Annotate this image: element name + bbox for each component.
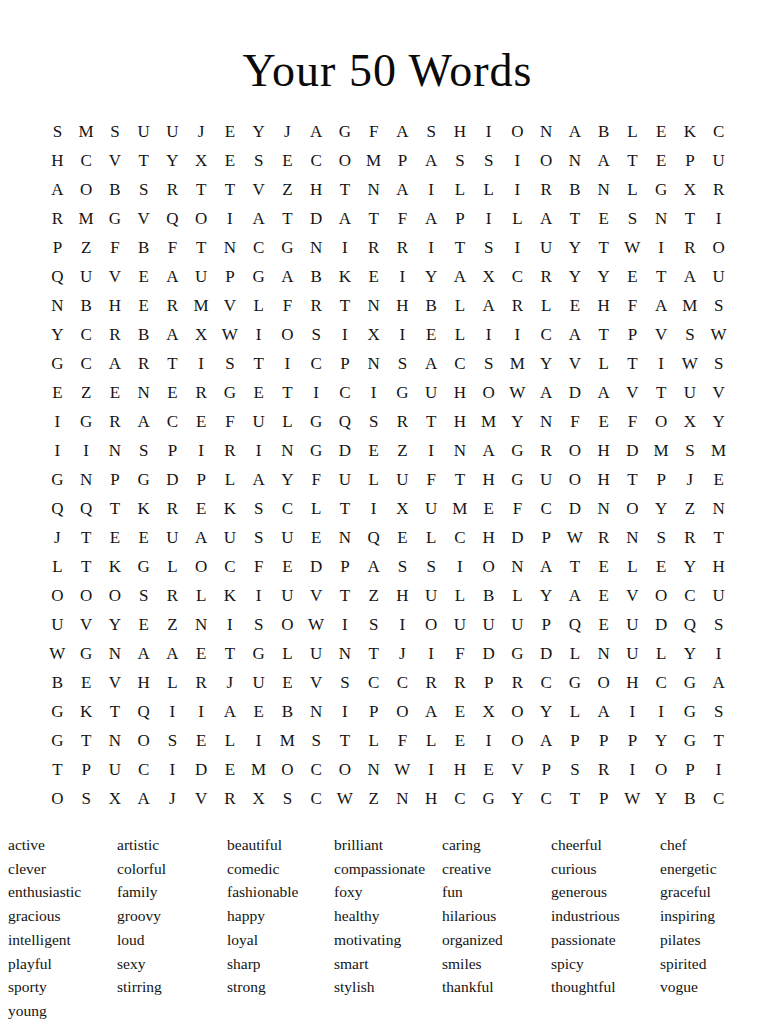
grid-cell[interactable]: S — [359, 610, 388, 639]
grid-cell[interactable]: E — [273, 552, 302, 581]
grid-cell[interactable]: R — [158, 175, 187, 204]
grid-cell[interactable]: V — [216, 291, 245, 320]
grid-cell[interactable]: S — [704, 610, 733, 639]
grid-cell[interactable]: N — [331, 639, 360, 668]
grid-cell[interactable]: H — [43, 146, 72, 175]
grid-cell[interactable]: U — [273, 523, 302, 552]
grid-cell[interactable]: C — [446, 784, 475, 813]
grid-cell[interactable]: J — [158, 784, 187, 813]
grid-cell[interactable]: A — [561, 581, 590, 610]
grid-cell[interactable]: O — [503, 117, 532, 146]
grid-cell[interactable]: S — [417, 117, 446, 146]
grid-cell[interactable]: R — [446, 668, 475, 697]
grid-cell[interactable]: L — [446, 320, 475, 349]
grid-cell[interactable]: D — [561, 378, 590, 407]
grid-cell[interactable]: O — [187, 204, 216, 233]
grid-cell[interactable]: P — [532, 523, 561, 552]
grid-cell[interactable]: I — [618, 697, 647, 726]
grid-cell[interactable]: S — [446, 146, 475, 175]
grid-cell[interactable]: T — [647, 378, 676, 407]
grid-cell[interactable]: G — [244, 639, 273, 668]
grid-cell[interactable]: B — [101, 175, 130, 204]
grid-cell[interactable]: C — [446, 349, 475, 378]
grid-cell[interactable]: R — [187, 668, 216, 697]
grid-cell[interactable]: J — [388, 639, 417, 668]
grid-cell[interactable]: A — [129, 639, 158, 668]
grid-cell[interactable]: H — [101, 291, 130, 320]
grid-cell[interactable]: B — [589, 117, 618, 146]
grid-cell[interactable]: I — [647, 349, 676, 378]
grid-cell[interactable]: I — [417, 175, 446, 204]
grid-cell[interactable]: O — [647, 407, 676, 436]
grid-cell[interactable]: I — [359, 378, 388, 407]
grid-cell[interactable]: A — [589, 697, 618, 726]
grid-cell[interactable]: N — [101, 436, 130, 465]
grid-cell[interactable]: L — [503, 581, 532, 610]
grid-cell[interactable]: J — [273, 117, 302, 146]
grid-cell[interactable]: A — [474, 291, 503, 320]
grid-cell[interactable]: L — [446, 175, 475, 204]
grid-cell[interactable]: G — [388, 378, 417, 407]
grid-cell[interactable]: I — [244, 726, 273, 755]
grid-cell[interactable]: X — [474, 697, 503, 726]
grid-cell[interactable]: Q — [359, 523, 388, 552]
grid-cell[interactable]: S — [129, 581, 158, 610]
grid-cell[interactable]: I — [388, 262, 417, 291]
grid-cell[interactable]: E — [446, 726, 475, 755]
grid-cell[interactable]: B — [302, 262, 331, 291]
grid-cell[interactable]: T — [72, 552, 101, 581]
grid-cell[interactable]: O — [503, 726, 532, 755]
grid-cell[interactable]: H — [474, 523, 503, 552]
grid-cell[interactable]: I — [503, 175, 532, 204]
grid-cell[interactable]: I — [216, 204, 245, 233]
grid-cell[interactable]: T — [43, 755, 72, 784]
grid-cell[interactable]: N — [704, 494, 733, 523]
grid-cell[interactable]: P — [532, 610, 561, 639]
grid-cell[interactable]: C — [158, 407, 187, 436]
grid-cell[interactable]: U — [417, 494, 446, 523]
grid-cell[interactable]: R — [158, 291, 187, 320]
grid-cell[interactable]: P — [618, 320, 647, 349]
grid-cell[interactable]: E — [589, 204, 618, 233]
grid-cell[interactable]: T — [704, 726, 733, 755]
grid-cell[interactable]: X — [101, 784, 130, 813]
grid-cell[interactable]: H — [446, 117, 475, 146]
grid-cell[interactable]: P — [446, 204, 475, 233]
grid-cell[interactable]: S — [216, 349, 245, 378]
grid-cell[interactable]: G — [676, 697, 705, 726]
grid-cell[interactable]: E — [589, 407, 618, 436]
grid-cell[interactable]: E — [704, 465, 733, 494]
grid-cell[interactable]: U — [676, 378, 705, 407]
grid-cell[interactable]: I — [158, 755, 187, 784]
grid-cell[interactable]: E — [187, 726, 216, 755]
grid-cell[interactable]: E — [647, 552, 676, 581]
grid-cell[interactable]: J — [187, 117, 216, 146]
grid-cell[interactable]: X — [676, 407, 705, 436]
grid-cell[interactable]: I — [618, 755, 647, 784]
grid-cell[interactable]: C — [302, 146, 331, 175]
grid-cell[interactable]: N — [302, 233, 331, 262]
grid-cell[interactable]: E — [618, 262, 647, 291]
grid-cell[interactable]: G — [129, 552, 158, 581]
grid-cell[interactable]: S — [43, 117, 72, 146]
grid-cell[interactable]: O — [474, 378, 503, 407]
grid-cell[interactable]: I — [331, 610, 360, 639]
grid-cell[interactable]: C — [503, 262, 532, 291]
grid-cell[interactable]: N — [561, 146, 590, 175]
grid-cell[interactable]: N — [446, 436, 475, 465]
grid-cell[interactable]: E — [216, 117, 245, 146]
grid-cell[interactable]: O — [532, 146, 561, 175]
grid-cell[interactable]: C — [331, 378, 360, 407]
grid-cell[interactable]: T — [618, 465, 647, 494]
grid-cell[interactable]: S — [244, 146, 273, 175]
grid-cell[interactable]: D — [187, 755, 216, 784]
grid-cell[interactable]: G — [101, 204, 130, 233]
grid-cell[interactable]: I — [43, 407, 72, 436]
grid-cell[interactable]: Q — [72, 494, 101, 523]
grid-cell[interactable]: L — [158, 552, 187, 581]
grid-cell[interactable]: Z — [158, 610, 187, 639]
grid-cell[interactable]: A — [129, 407, 158, 436]
grid-cell[interactable]: V — [187, 784, 216, 813]
grid-cell[interactable]: A — [158, 262, 187, 291]
grid-cell[interactable]: C — [302, 784, 331, 813]
grid-cell[interactable]: B — [561, 175, 590, 204]
grid-cell[interactable]: G — [647, 175, 676, 204]
grid-cell[interactable]: S — [158, 726, 187, 755]
grid-cell[interactable]: T — [676, 204, 705, 233]
grid-cell[interactable]: S — [244, 494, 273, 523]
grid-cell[interactable]: Y — [589, 262, 618, 291]
grid-cell[interactable]: E — [216, 146, 245, 175]
grid-cell[interactable]: U — [474, 610, 503, 639]
grid-cell[interactable]: A — [589, 146, 618, 175]
grid-cell[interactable]: I — [216, 610, 245, 639]
grid-cell[interactable]: R — [129, 349, 158, 378]
grid-cell[interactable]: C — [532, 494, 561, 523]
grid-cell[interactable]: U — [158, 117, 187, 146]
grid-cell[interactable]: Y — [561, 233, 590, 262]
grid-cell[interactable]: G — [129, 465, 158, 494]
grid-cell[interactable]: R — [359, 233, 388, 262]
grid-cell[interactable]: N — [359, 349, 388, 378]
grid-cell[interactable]: N — [589, 639, 618, 668]
grid-cell[interactable]: U — [532, 465, 561, 494]
grid-cell[interactable]: L — [187, 581, 216, 610]
grid-cell[interactable]: R — [158, 494, 187, 523]
grid-cell[interactable]: U — [244, 668, 273, 697]
grid-cell[interactable]: G — [43, 697, 72, 726]
grid-cell[interactable]: O — [474, 552, 503, 581]
grid-cell[interactable]: T — [561, 204, 590, 233]
grid-cell[interactable]: O — [187, 552, 216, 581]
grid-cell[interactable]: U — [388, 465, 417, 494]
grid-cell[interactable]: L — [359, 465, 388, 494]
grid-cell[interactable]: I — [388, 610, 417, 639]
grid-cell[interactable]: G — [43, 726, 72, 755]
grid-cell[interactable]: W — [618, 233, 647, 262]
grid-cell[interactable]: E — [187, 407, 216, 436]
grid-cell[interactable]: T — [618, 349, 647, 378]
grid-cell[interactable]: I — [647, 697, 676, 726]
grid-cell[interactable]: E — [129, 291, 158, 320]
grid-cell[interactable]: C — [704, 117, 733, 146]
grid-cell[interactable]: U — [704, 262, 733, 291]
grid-cell[interactable]: P — [561, 726, 590, 755]
grid-cell[interactable]: G — [43, 465, 72, 494]
grid-cell[interactable]: I — [417, 755, 446, 784]
grid-cell[interactable]: S — [388, 552, 417, 581]
grid-cell[interactable]: O — [388, 697, 417, 726]
grid-cell[interactable]: A — [561, 117, 590, 146]
grid-cell[interactable]: G — [273, 233, 302, 262]
grid-cell[interactable]: R — [503, 668, 532, 697]
grid-cell[interactable]: R — [388, 407, 417, 436]
grid-cell[interactable]: F — [446, 639, 475, 668]
grid-cell[interactable]: U — [72, 262, 101, 291]
grid-cell[interactable]: P — [216, 262, 245, 291]
grid-cell[interactable]: Z — [359, 784, 388, 813]
grid-cell[interactable]: A — [43, 175, 72, 204]
grid-cell[interactable]: R — [43, 204, 72, 233]
grid-cell[interactable]: D — [474, 639, 503, 668]
grid-cell[interactable]: V — [72, 610, 101, 639]
grid-cell[interactable]: S — [388, 349, 417, 378]
grid-cell[interactable]: C — [72, 349, 101, 378]
grid-cell[interactable]: A — [244, 204, 273, 233]
grid-cell[interactable]: I — [417, 436, 446, 465]
grid-cell[interactable]: C — [532, 784, 561, 813]
grid-cell[interactable]: E — [244, 378, 273, 407]
grid-cell[interactable]: N — [359, 755, 388, 784]
grid-cell[interactable]: S — [561, 755, 590, 784]
grid-cell[interactable]: A — [474, 436, 503, 465]
grid-cell[interactable]: C — [647, 668, 676, 697]
grid-cell[interactable]: C — [388, 668, 417, 697]
grid-cell[interactable]: S — [72, 784, 101, 813]
grid-cell[interactable]: Y — [43, 320, 72, 349]
grid-cell[interactable]: B — [474, 581, 503, 610]
grid-cell[interactable]: C — [302, 349, 331, 378]
grid-cell[interactable]: K — [216, 581, 245, 610]
grid-cell[interactable]: U — [618, 639, 647, 668]
grid-cell[interactable]: F — [359, 117, 388, 146]
grid-cell[interactable]: F — [101, 233, 130, 262]
grid-cell[interactable]: O — [129, 726, 158, 755]
grid-cell[interactable]: W — [216, 320, 245, 349]
grid-cell[interactable]: A — [129, 784, 158, 813]
grid-cell[interactable]: I — [43, 436, 72, 465]
grid-cell[interactable]: O — [101, 581, 130, 610]
grid-cell[interactable]: D — [302, 552, 331, 581]
grid-cell[interactable]: L — [561, 697, 590, 726]
grid-cell[interactable]: G — [561, 668, 590, 697]
grid-cell[interactable]: I — [474, 117, 503, 146]
grid-cell[interactable]: N — [101, 639, 130, 668]
grid-cell[interactable]: D — [647, 610, 676, 639]
grid-cell[interactable]: U — [158, 523, 187, 552]
grid-cell[interactable]: H — [388, 291, 417, 320]
grid-cell[interactable]: R — [417, 668, 446, 697]
grid-cell[interactable]: S — [417, 552, 446, 581]
grid-cell[interactable]: L — [417, 523, 446, 552]
grid-cell[interactable]: F — [618, 407, 647, 436]
grid-cell[interactable]: E — [589, 610, 618, 639]
grid-cell[interactable]: A — [101, 349, 130, 378]
grid-cell[interactable]: C — [129, 755, 158, 784]
grid-cell[interactable]: N — [43, 291, 72, 320]
grid-cell[interactable]: M — [273, 726, 302, 755]
grid-cell[interactable]: K — [216, 494, 245, 523]
grid-cell[interactable]: A — [331, 204, 360, 233]
grid-cell[interactable]: N — [72, 465, 101, 494]
grid-cell[interactable]: R — [532, 436, 561, 465]
grid-cell[interactable]: E — [359, 262, 388, 291]
grid-cell[interactable]: T — [446, 233, 475, 262]
grid-cell[interactable]: T — [561, 784, 590, 813]
grid-cell[interactable]: P — [647, 465, 676, 494]
grid-cell[interactable]: C — [244, 233, 273, 262]
grid-cell[interactable]: U — [244, 407, 273, 436]
grid-cell[interactable]: S — [302, 320, 331, 349]
grid-cell[interactable]: G — [503, 465, 532, 494]
grid-cell[interactable]: S — [273, 784, 302, 813]
grid-cell[interactable]: I — [187, 697, 216, 726]
grid-cell[interactable]: P — [72, 755, 101, 784]
grid-cell[interactable]: N — [101, 726, 130, 755]
grid-cell[interactable]: P — [158, 436, 187, 465]
grid-cell[interactable]: I — [187, 436, 216, 465]
grid-cell[interactable]: R — [158, 581, 187, 610]
grid-cell[interactable]: H — [589, 436, 618, 465]
grid-cell[interactable]: N — [388, 784, 417, 813]
grid-cell[interactable]: V — [503, 755, 532, 784]
grid-cell[interactable]: F — [216, 407, 245, 436]
grid-cell[interactable]: I — [273, 349, 302, 378]
grid-cell[interactable]: C — [676, 581, 705, 610]
grid-cell[interactable]: U — [532, 233, 561, 262]
grid-cell[interactable]: O — [647, 755, 676, 784]
grid-cell[interactable]: T — [331, 291, 360, 320]
grid-cell[interactable]: R — [589, 523, 618, 552]
grid-cell[interactable]: W — [388, 755, 417, 784]
grid-cell[interactable]: P — [618, 726, 647, 755]
grid-cell[interactable]: T — [101, 697, 130, 726]
grid-cell[interactable]: R — [187, 378, 216, 407]
grid-cell[interactable]: I — [704, 755, 733, 784]
grid-cell[interactable]: L — [618, 552, 647, 581]
grid-cell[interactable]: E — [129, 523, 158, 552]
grid-cell[interactable]: X — [474, 262, 503, 291]
grid-cell[interactable]: H — [417, 784, 446, 813]
grid-cell[interactable]: R — [676, 233, 705, 262]
grid-cell[interactable]: L — [474, 175, 503, 204]
grid-cell[interactable]: D — [532, 639, 561, 668]
grid-cell[interactable]: S — [244, 523, 273, 552]
grid-cell[interactable]: Y — [532, 697, 561, 726]
grid-cell[interactable]: L — [589, 349, 618, 378]
grid-cell[interactable]: A — [647, 291, 676, 320]
grid-cell[interactable]: T — [331, 726, 360, 755]
grid-cell[interactable]: M — [647, 436, 676, 465]
grid-cell[interactable]: B — [273, 697, 302, 726]
grid-cell[interactable]: P — [187, 465, 216, 494]
grid-cell[interactable]: T — [446, 465, 475, 494]
grid-cell[interactable]: B — [129, 320, 158, 349]
grid-cell[interactable]: T — [359, 204, 388, 233]
grid-cell[interactable]: G — [676, 668, 705, 697]
grid-cell[interactable]: E — [359, 436, 388, 465]
grid-cell[interactable]: T — [618, 146, 647, 175]
grid-cell[interactable]: E — [474, 755, 503, 784]
grid-cell[interactable]: Y — [532, 581, 561, 610]
grid-cell[interactable]: F — [503, 494, 532, 523]
grid-cell[interactable]: I — [331, 697, 360, 726]
grid-cell[interactable]: X — [359, 320, 388, 349]
grid-cell[interactable]: X — [676, 175, 705, 204]
grid-cell[interactable]: A — [446, 262, 475, 291]
grid-cell[interactable]: A — [532, 204, 561, 233]
grid-cell[interactable]: I — [503, 233, 532, 262]
grid-cell[interactable]: O — [43, 581, 72, 610]
grid-cell[interactable]: X — [187, 146, 216, 175]
grid-cell[interactable]: A — [417, 349, 446, 378]
grid-cell[interactable]: U — [101, 755, 130, 784]
grid-cell[interactable]: L — [216, 465, 245, 494]
grid-cell[interactable]: A — [302, 117, 331, 146]
grid-cell[interactable]: U — [216, 523, 245, 552]
grid-cell[interactable]: N — [618, 523, 647, 552]
grid-cell[interactable]: T — [72, 726, 101, 755]
grid-cell[interactable]: S — [676, 320, 705, 349]
grid-cell[interactable]: U — [129, 117, 158, 146]
grid-cell[interactable]: L — [302, 494, 331, 523]
grid-cell[interactable]: E — [589, 552, 618, 581]
grid-cell[interactable]: A — [532, 378, 561, 407]
grid-cell[interactable]: G — [216, 378, 245, 407]
grid-cell[interactable]: T — [216, 639, 245, 668]
grid-cell[interactable]: A — [417, 204, 446, 233]
grid-cell[interactable]: N — [589, 175, 618, 204]
grid-cell[interactable]: Y — [244, 117, 273, 146]
grid-cell[interactable]: V — [302, 668, 331, 697]
grid-cell[interactable]: G — [676, 726, 705, 755]
grid-cell[interactable]: T — [158, 349, 187, 378]
grid-cell[interactable]: W — [331, 784, 360, 813]
grid-cell[interactable]: H — [302, 175, 331, 204]
grid-cell[interactable]: Z — [273, 175, 302, 204]
grid-cell[interactable]: A — [359, 552, 388, 581]
grid-cell[interactable]: V — [302, 581, 331, 610]
grid-cell[interactable]: O — [273, 320, 302, 349]
grid-cell[interactable]: G — [302, 436, 331, 465]
grid-cell[interactable]: I — [331, 233, 360, 262]
grid-cell[interactable]: O — [561, 465, 590, 494]
grid-cell[interactable]: H — [446, 755, 475, 784]
grid-cell[interactable]: R — [589, 755, 618, 784]
grid-cell[interactable]: S — [647, 523, 676, 552]
grid-cell[interactable]: C — [72, 320, 101, 349]
grid-cell[interactable]: G — [331, 117, 360, 146]
grid-cell[interactable]: K — [129, 494, 158, 523]
grid-cell[interactable]: D — [618, 436, 647, 465]
grid-cell[interactable]: E — [187, 494, 216, 523]
grid-cell[interactable]: G — [474, 784, 503, 813]
grid-cell[interactable]: Y — [158, 146, 187, 175]
